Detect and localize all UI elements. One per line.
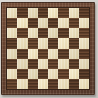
square-c5[interactable] [28, 38, 38, 48]
square-a7[interactable] [7, 18, 17, 28]
square-g8[interactable] [69, 8, 79, 18]
square-f5[interactable] [58, 38, 68, 48]
square-d4[interactable] [38, 49, 48, 59]
square-a8[interactable] [7, 8, 17, 18]
square-f4[interactable] [58, 49, 68, 59]
square-d5[interactable] [38, 38, 48, 48]
square-e3[interactable] [48, 59, 58, 69]
square-c6[interactable] [28, 28, 38, 38]
square-h7[interactable] [79, 18, 89, 28]
chessboard-frame [1, 2, 95, 95]
square-b7[interactable] [17, 18, 27, 28]
square-f6[interactable] [58, 28, 68, 38]
square-b1[interactable] [17, 79, 27, 89]
chessboard [7, 8, 89, 89]
square-e2[interactable] [48, 69, 58, 79]
square-d6[interactable] [38, 28, 48, 38]
square-e4[interactable] [48, 49, 58, 59]
square-d7[interactable] [38, 18, 48, 28]
square-d1[interactable] [38, 79, 48, 89]
square-h1[interactable] [79, 79, 89, 89]
square-a2[interactable] [7, 69, 17, 79]
square-h8[interactable] [79, 8, 89, 18]
square-e5[interactable] [48, 38, 58, 48]
square-d2[interactable] [38, 69, 48, 79]
square-f2[interactable] [58, 69, 68, 79]
square-g2[interactable] [69, 69, 79, 79]
square-a5[interactable] [7, 38, 17, 48]
square-c3[interactable] [28, 59, 38, 69]
square-c1[interactable] [28, 79, 38, 89]
square-e7[interactable] [48, 18, 58, 28]
square-f3[interactable] [58, 59, 68, 69]
square-g1[interactable] [69, 79, 79, 89]
square-h2[interactable] [79, 69, 89, 79]
square-f8[interactable] [58, 8, 68, 18]
square-g7[interactable] [69, 18, 79, 28]
square-b3[interactable] [17, 59, 27, 69]
square-b8[interactable] [17, 8, 27, 18]
square-e1[interactable] [48, 79, 58, 89]
square-b4[interactable] [17, 49, 27, 59]
square-a4[interactable] [7, 49, 17, 59]
square-b5[interactable] [17, 38, 27, 48]
square-e6[interactable] [48, 28, 58, 38]
square-c2[interactable] [28, 69, 38, 79]
square-c4[interactable] [28, 49, 38, 59]
square-a6[interactable] [7, 28, 17, 38]
square-d8[interactable] [38, 8, 48, 18]
square-h3[interactable] [79, 59, 89, 69]
square-d3[interactable] [38, 59, 48, 69]
square-f7[interactable] [58, 18, 68, 28]
square-a1[interactable] [7, 79, 17, 89]
square-c7[interactable] [28, 18, 38, 28]
square-g5[interactable] [69, 38, 79, 48]
square-g4[interactable] [69, 49, 79, 59]
square-e8[interactable] [48, 8, 58, 18]
square-h6[interactable] [79, 28, 89, 38]
square-h4[interactable] [79, 49, 89, 59]
square-c8[interactable] [28, 8, 38, 18]
square-b6[interactable] [17, 28, 27, 38]
square-a3[interactable] [7, 59, 17, 69]
square-h5[interactable] [79, 38, 89, 48]
square-g6[interactable] [69, 28, 79, 38]
square-b2[interactable] [17, 69, 27, 79]
square-g3[interactable] [69, 59, 79, 69]
square-f1[interactable] [58, 79, 68, 89]
